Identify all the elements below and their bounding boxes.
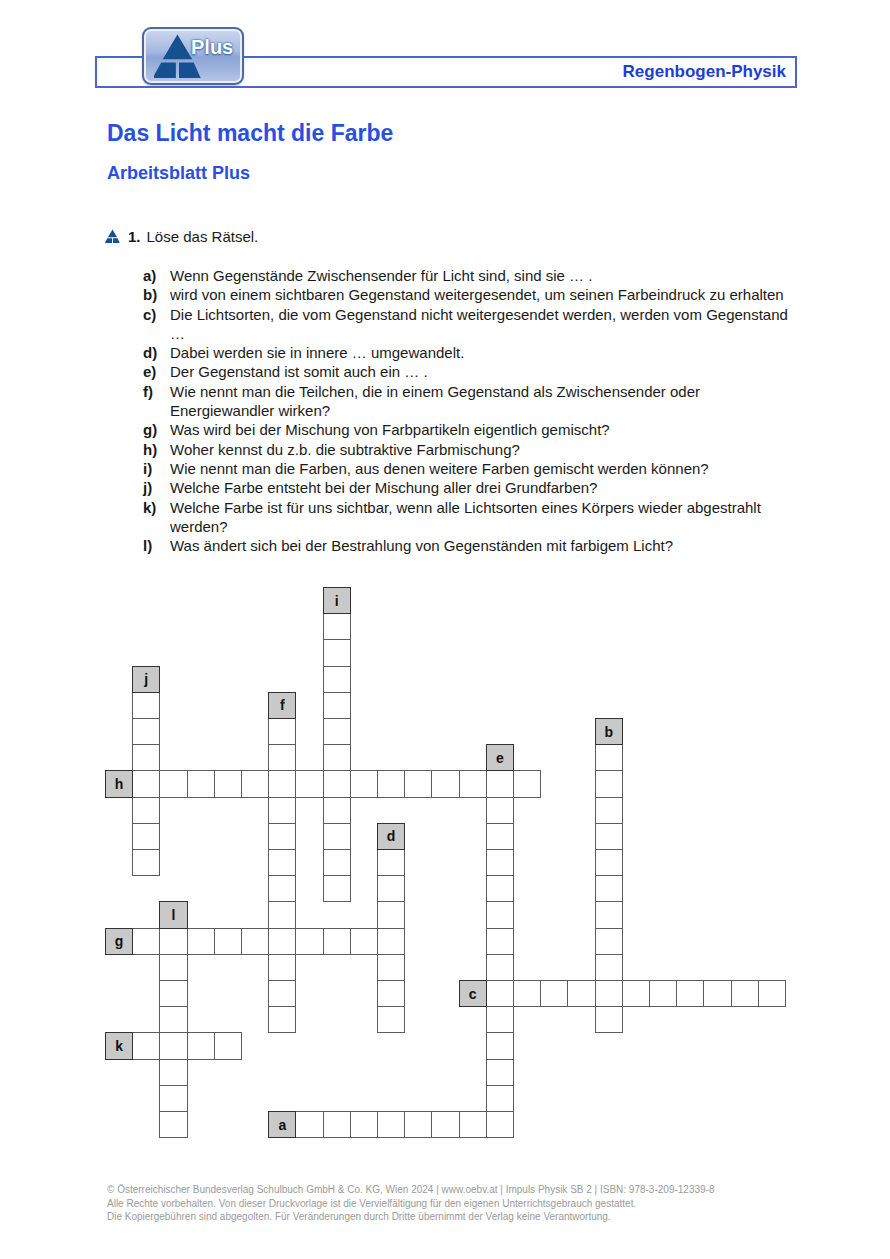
crossword-label-cell: b xyxy=(595,718,623,745)
clue-item: g)Was wird bei der Mischung von Farbpart… xyxy=(143,420,793,439)
crossword-label-cell: l xyxy=(159,901,187,928)
crossword-answer-cell[interactable] xyxy=(132,692,160,719)
plus-logo: Plus xyxy=(142,27,244,85)
crossword-answer-cell[interactable] xyxy=(323,823,351,850)
crossword-answer-cell[interactable] xyxy=(377,954,405,981)
crossword-answer-cell[interactable] xyxy=(323,692,351,719)
crossword-answer-cell[interactable] xyxy=(486,770,514,797)
crossword-answer-cell[interactable] xyxy=(486,980,514,1007)
crossword-answer-cell[interactable] xyxy=(404,1111,432,1138)
clue-text: Was ändert sich bei der Bestrahlung von … xyxy=(170,536,793,555)
crossword-answer-cell[interactable] xyxy=(377,875,405,902)
crossword-answer-cell[interactable] xyxy=(323,797,351,824)
clue-label: e) xyxy=(143,362,170,381)
task-text: Löse das Rätsel. xyxy=(147,228,259,245)
crossword-answer-cell[interactable] xyxy=(132,770,160,797)
crossword-label-cell: i xyxy=(323,587,351,614)
crossword-answer-cell[interactable] xyxy=(567,980,595,1007)
crossword-answer-cell[interactable] xyxy=(187,928,215,955)
crossword-answer-cell[interactable] xyxy=(159,1111,187,1138)
crossword-answer-cell[interactable] xyxy=(159,928,187,955)
clue-item: j)Welche Farbe entsteht bei der Mischung… xyxy=(143,478,793,497)
clue-label: a) xyxy=(143,266,170,285)
crossword-label-cell: h xyxy=(105,770,133,797)
crossword-answer-cell[interactable] xyxy=(132,1032,160,1059)
clue-label: l) xyxy=(143,536,170,555)
crossword-answer-cell[interactable] xyxy=(268,718,296,745)
task-heading: 1. Löse das Rätsel. xyxy=(105,228,258,245)
clue-item: i)Wie nennt man die Farben, aus denen we… xyxy=(143,459,793,478)
crossword-answer-cell[interactable] xyxy=(595,823,623,850)
crossword-answer-cell[interactable] xyxy=(486,875,514,902)
clue-text: Welche Farbe ist für uns sichtbar, wenn … xyxy=(170,498,793,537)
crossword-answer-cell[interactable] xyxy=(295,770,323,797)
crossword-answer-cell[interactable] xyxy=(323,666,351,693)
crossword-answer-cell[interactable] xyxy=(159,954,187,981)
clue-item: b)wird von einem sichtbaren Gegenstand w… xyxy=(143,285,793,304)
clue-label: g) xyxy=(143,420,170,439)
clue-text: Welche Farbe entsteht bei der Mischung a… xyxy=(170,478,793,497)
crossword-answer-cell[interactable] xyxy=(323,639,351,666)
crossword-label-cell: g xyxy=(105,928,133,955)
crossword-answer-cell[interactable] xyxy=(486,901,514,928)
crossword-answer-cell[interactable] xyxy=(377,928,405,955)
clue-list: a)Wenn Gegenstände Zwischensender für Li… xyxy=(143,266,793,555)
footer: © Österreichischer Bundesverlag Schulbuc… xyxy=(107,1183,797,1224)
crossword-answer-cell[interactable] xyxy=(377,770,405,797)
page-subtitle: Arbeitsblatt Plus xyxy=(107,163,250,184)
clue-item: c)Die Lichtsorten, die vom Gegenstand ni… xyxy=(143,305,793,344)
crossword-answer-cell[interactable] xyxy=(323,849,351,876)
crossword-answer-cell[interactable] xyxy=(649,980,677,1007)
footer-line-1: © Österreichischer Bundesverlag Schulbuc… xyxy=(107,1183,797,1197)
crossword-answer-cell[interactable] xyxy=(595,744,623,771)
clue-label: c) xyxy=(143,305,170,344)
crossword-answer-cell[interactable] xyxy=(486,928,514,955)
clue-item: l)Was ändert sich bei der Bestrahlung vo… xyxy=(143,536,793,555)
crossword-answer-cell[interactable] xyxy=(350,1111,378,1138)
clue-text: Wie nennt man die Farben, aus denen weit… xyxy=(170,459,793,478)
crossword-answer-cell[interactable] xyxy=(214,770,242,797)
crossword-answer-cell[interactable] xyxy=(323,744,351,771)
crossword-answer-cell[interactable] xyxy=(268,901,296,928)
crossword-answer-cell[interactable] xyxy=(268,797,296,824)
crossword-answer-cell[interactable] xyxy=(540,980,568,1007)
crossword-answer-cell[interactable] xyxy=(486,1085,514,1112)
crossword-answer-cell[interactable] xyxy=(404,770,432,797)
crossword-answer-cell[interactable] xyxy=(241,770,269,797)
crossword-answer-cell[interactable] xyxy=(159,1059,187,1086)
crossword-answer-cell[interactable] xyxy=(214,928,242,955)
crossword-grid: ijfbehdlgcka xyxy=(105,587,795,1147)
crossword-answer-cell[interactable] xyxy=(132,849,160,876)
crossword-answer-cell[interactable] xyxy=(268,928,296,955)
clue-label: b) xyxy=(143,285,170,304)
crossword-answer-cell[interactable] xyxy=(187,770,215,797)
crossword-answer-cell[interactable] xyxy=(241,928,269,955)
crossword-label-cell: d xyxy=(377,823,405,850)
crossword-answer-cell[interactable] xyxy=(486,1032,514,1059)
task-number: 1. xyxy=(128,228,141,245)
crossword-answer-cell[interactable] xyxy=(595,928,623,955)
clue-item: e)Der Gegenstand ist somit auch ein … . xyxy=(143,362,793,381)
crossword-answer-cell[interactable] xyxy=(377,980,405,1007)
clue-label: k) xyxy=(143,498,170,537)
crossword-label-cell: f xyxy=(268,692,296,719)
crossword-answer-cell[interactable] xyxy=(486,1006,514,1033)
crossword-answer-cell[interactable] xyxy=(486,1111,514,1138)
crossword-answer-cell[interactable] xyxy=(459,1111,487,1138)
crossword-answer-cell[interactable] xyxy=(323,770,351,797)
clue-item: h)Woher kennst du z.b. die subtraktive F… xyxy=(143,440,793,459)
crossword-label-cell: a xyxy=(268,1111,296,1138)
crossword-answer-cell[interactable] xyxy=(159,1032,187,1059)
crossword-answer-cell[interactable] xyxy=(295,928,323,955)
crossword-answer-cell[interactable] xyxy=(350,928,378,955)
crossword-answer-cell[interactable] xyxy=(268,823,296,850)
clue-text: Wenn Gegenstände Zwischensender für Lich… xyxy=(170,266,793,285)
crossword-answer-cell[interactable] xyxy=(486,823,514,850)
crossword-answer-cell[interactable] xyxy=(323,613,351,640)
footer-line-2: Alle Rechte vorbehalten. Von dieser Druc… xyxy=(107,1197,797,1211)
crossword-answer-cell[interactable] xyxy=(159,770,187,797)
crossword-answer-cell[interactable] xyxy=(268,744,296,771)
crossword-answer-cell[interactable] xyxy=(350,770,378,797)
clue-text: Die Lichtsorten, die vom Gegenstand nich… xyxy=(170,305,793,344)
crossword-answer-cell[interactable] xyxy=(132,928,160,955)
crossword-answer-cell[interactable] xyxy=(268,1006,296,1033)
clue-text: Wie nennt man die Teilchen, die in einem… xyxy=(170,382,793,421)
crossword-label-cell: j xyxy=(132,666,160,693)
crossword-answer-cell[interactable] xyxy=(595,849,623,876)
crossword-label-cell: k xyxy=(105,1032,133,1059)
crossword-answer-cell[interactable] xyxy=(595,1006,623,1033)
crossword-answer-cell[interactable] xyxy=(132,744,160,771)
crossword-answer-cell[interactable] xyxy=(159,980,187,1007)
clue-item: a)Wenn Gegenstände Zwischensender für Li… xyxy=(143,266,793,285)
crossword-label-cell: c xyxy=(459,980,487,1007)
crossword-answer-cell[interactable] xyxy=(703,980,731,1007)
clue-text: Was wird bei der Mischung von Farbpartik… xyxy=(170,420,793,439)
crossword-answer-cell[interactable] xyxy=(431,1111,459,1138)
crossword-answer-cell[interactable] xyxy=(159,1006,187,1033)
crossword-answer-cell[interactable] xyxy=(187,1032,215,1059)
footer-line-3: Die Kopiergebühren sind abgegolten. Für … xyxy=(107,1210,797,1224)
crossword-answer-cell[interactable] xyxy=(595,875,623,902)
crossword-answer-cell[interactable] xyxy=(323,1111,351,1138)
clue-item: k)Welche Farbe ist für uns sichtbar, wen… xyxy=(143,498,793,537)
clue-text: Woher kennst du z.b. die subtraktive Far… xyxy=(170,440,793,459)
logo-plus-text: Plus xyxy=(191,36,233,59)
clue-item: d)Dabei werden sie in innere … umgewande… xyxy=(143,343,793,362)
crossword-answer-cell[interactable] xyxy=(486,849,514,876)
crossword-answer-cell[interactable] xyxy=(132,797,160,824)
crossword-answer-cell[interactable] xyxy=(214,1032,242,1059)
crossword-answer-cell[interactable] xyxy=(323,718,351,745)
crossword-answer-cell[interactable] xyxy=(268,849,296,876)
crossword-answer-cell[interactable] xyxy=(132,823,160,850)
crossword-answer-cell[interactable] xyxy=(486,797,514,824)
crossword-answer-cell[interactable] xyxy=(268,954,296,981)
crossword-answer-cell[interactable] xyxy=(459,770,487,797)
crossword-answer-cell[interactable] xyxy=(377,901,405,928)
crossword-answer-cell[interactable] xyxy=(513,980,541,1007)
clue-text: Der Gegenstand ist somit auch ein … . xyxy=(170,362,793,381)
crossword-answer-cell[interactable] xyxy=(377,1111,405,1138)
crossword-answer-cell[interactable] xyxy=(595,901,623,928)
crossword-answer-cell[interactable] xyxy=(486,1059,514,1086)
clue-label: h) xyxy=(143,440,170,459)
crossword-answer-cell[interactable] xyxy=(323,928,351,955)
crossword-answer-cell[interactable] xyxy=(377,1006,405,1033)
crossword-answer-cell[interactable] xyxy=(486,954,514,981)
crossword-answer-cell[interactable] xyxy=(595,770,623,797)
crossword-answer-cell[interactable] xyxy=(295,1111,323,1138)
crossword-answer-cell[interactable] xyxy=(268,875,296,902)
crossword-answer-cell[interactable] xyxy=(513,770,541,797)
clue-text: Dabei werden sie in innere … umgewandelt… xyxy=(170,343,793,362)
crossword-answer-cell[interactable] xyxy=(132,718,160,745)
crossword-label-cell: e xyxy=(486,744,514,771)
clue-item: f)Wie nennt man die Teilchen, die in ein… xyxy=(143,382,793,421)
crossword-answer-cell[interactable] xyxy=(431,770,459,797)
crossword-answer-cell[interactable] xyxy=(758,980,786,1007)
clue-label: d) xyxy=(143,343,170,362)
clue-label: i) xyxy=(143,459,170,478)
crossword-answer-cell[interactable] xyxy=(595,954,623,981)
clue-label: f) xyxy=(143,382,170,421)
crossword-answer-cell[interactable] xyxy=(323,875,351,902)
crossword-answer-cell[interactable] xyxy=(268,770,296,797)
clue-label: j) xyxy=(143,478,170,497)
triangle-bullet-icon xyxy=(105,229,121,244)
crossword-answer-cell[interactable] xyxy=(731,980,759,1007)
crossword-answer-cell[interactable] xyxy=(622,980,650,1007)
crossword-answer-cell[interactable] xyxy=(595,980,623,1007)
clue-text: wird von einem sichtbaren Gegenstand wei… xyxy=(170,285,793,304)
crossword-answer-cell[interactable] xyxy=(268,980,296,1007)
crossword-answer-cell[interactable] xyxy=(676,980,704,1007)
crossword-answer-cell[interactable] xyxy=(159,1085,187,1112)
page-title: Das Licht macht die Farbe xyxy=(107,120,393,147)
worksheet-page: Regenbogen-Physik Plus Das Licht macht d… xyxy=(0,0,890,1259)
header-series-title: Regenbogen-Physik xyxy=(623,62,786,82)
crossword-answer-cell[interactable] xyxy=(377,849,405,876)
crossword-answer-cell[interactable] xyxy=(595,797,623,824)
